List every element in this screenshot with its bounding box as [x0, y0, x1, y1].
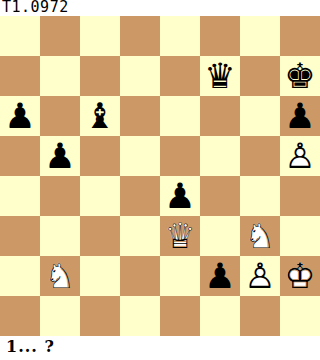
square-b4[interactable]	[40, 176, 80, 216]
black-king: ♚	[280, 56, 320, 96]
white-pawn: ♙	[240, 256, 280, 296]
square-b3[interactable]	[40, 216, 80, 256]
black-pawn: ♟	[280, 96, 320, 136]
square-c3[interactable]	[80, 216, 120, 256]
black-bishop: ♝	[80, 96, 120, 136]
square-f2[interactable]: ♟	[200, 256, 240, 296]
puzzle-id: T1.0972	[0, 0, 320, 16]
square-d4[interactable]	[120, 176, 160, 216]
chess-puzzle-page: T1.0972 ♛♚♟♝♟♟♟♙♟♛♕♞♘♞♘♟♟♙♚♔ 1... ?	[0, 0, 320, 360]
square-d5[interactable]	[120, 136, 160, 176]
square-h3[interactable]	[280, 216, 320, 256]
white-pawn-fill: ♟	[240, 256, 280, 296]
white-knight-fill: ♞	[40, 256, 80, 296]
square-g4[interactable]	[240, 176, 280, 216]
square-h6[interactable]: ♟	[280, 96, 320, 136]
square-c7[interactable]	[80, 56, 120, 96]
white-king: ♔	[280, 256, 320, 296]
square-b6[interactable]	[40, 96, 80, 136]
square-a2[interactable]	[0, 256, 40, 296]
square-h2[interactable]: ♚♔	[280, 256, 320, 296]
square-g5[interactable]	[240, 136, 280, 176]
square-c6[interactable]: ♝	[80, 96, 120, 136]
square-f1[interactable]	[200, 296, 240, 336]
square-h5[interactable]: ♟♙	[280, 136, 320, 176]
square-c8[interactable]	[80, 16, 120, 56]
white-king-fill: ♚	[280, 256, 320, 296]
white-queen: ♕	[160, 216, 200, 256]
black-pawn: ♟	[200, 256, 240, 296]
white-pawn-fill: ♟	[280, 136, 320, 176]
move-prompt: 1... ?	[0, 336, 320, 360]
square-e3[interactable]: ♛♕	[160, 216, 200, 256]
square-b7[interactable]	[40, 56, 80, 96]
square-a6[interactable]: ♟	[0, 96, 40, 136]
square-f6[interactable]	[200, 96, 240, 136]
square-g6[interactable]	[240, 96, 280, 136]
square-d1[interactable]	[120, 296, 160, 336]
white-knight: ♘	[240, 216, 280, 256]
square-d6[interactable]	[120, 96, 160, 136]
square-e1[interactable]	[160, 296, 200, 336]
square-e2[interactable]	[160, 256, 200, 296]
square-f4[interactable]	[200, 176, 240, 216]
square-d3[interactable]	[120, 216, 160, 256]
white-queen-fill: ♛	[160, 216, 200, 256]
square-f7[interactable]: ♛	[200, 56, 240, 96]
square-h1[interactable]	[280, 296, 320, 336]
square-a1[interactable]	[0, 296, 40, 336]
square-h4[interactable]	[280, 176, 320, 216]
square-h8[interactable]	[280, 16, 320, 56]
square-h7[interactable]: ♚	[280, 56, 320, 96]
black-pawn: ♟	[160, 176, 200, 216]
square-e5[interactable]	[160, 136, 200, 176]
square-a3[interactable]	[0, 216, 40, 256]
square-b1[interactable]	[40, 296, 80, 336]
square-a4[interactable]	[0, 176, 40, 216]
square-g3[interactable]: ♞♘	[240, 216, 280, 256]
square-c5[interactable]	[80, 136, 120, 176]
square-a7[interactable]	[0, 56, 40, 96]
white-knight: ♘	[40, 256, 80, 296]
chess-board: ♛♚♟♝♟♟♟♙♟♛♕♞♘♞♘♟♟♙♚♔	[0, 16, 320, 336]
square-c1[interactable]	[80, 296, 120, 336]
square-g8[interactable]	[240, 16, 280, 56]
square-c2[interactable]	[80, 256, 120, 296]
black-pawn: ♟	[40, 136, 80, 176]
square-a8[interactable]	[0, 16, 40, 56]
square-e4[interactable]: ♟	[160, 176, 200, 216]
square-d8[interactable]	[120, 16, 160, 56]
black-pawn: ♟	[0, 96, 40, 136]
white-pawn: ♙	[280, 136, 320, 176]
square-f5[interactable]	[200, 136, 240, 176]
square-e7[interactable]	[160, 56, 200, 96]
square-f3[interactable]	[200, 216, 240, 256]
square-a5[interactable]	[0, 136, 40, 176]
square-b2[interactable]: ♞♘	[40, 256, 80, 296]
black-queen: ♛	[200, 56, 240, 96]
white-knight-fill: ♞	[240, 216, 280, 256]
square-d7[interactable]	[120, 56, 160, 96]
square-f8[interactable]	[200, 16, 240, 56]
square-g2[interactable]: ♟♙	[240, 256, 280, 296]
square-e6[interactable]	[160, 96, 200, 136]
square-g7[interactable]	[240, 56, 280, 96]
square-e8[interactable]	[160, 16, 200, 56]
square-d2[interactable]	[120, 256, 160, 296]
square-b5[interactable]: ♟	[40, 136, 80, 176]
square-g1[interactable]	[240, 296, 280, 336]
square-c4[interactable]	[80, 176, 120, 216]
square-b8[interactable]	[40, 16, 80, 56]
